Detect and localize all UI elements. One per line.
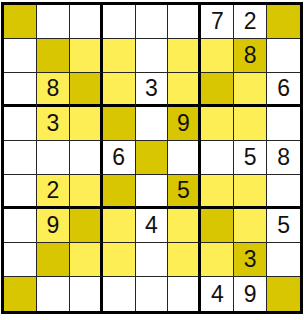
cell-r9c3[interactable] xyxy=(70,277,103,311)
cell-r9c1[interactable] xyxy=(4,277,37,311)
cell-r8c9[interactable] xyxy=(267,243,300,277)
cell-r5c8[interactable]: 5 xyxy=(234,141,267,175)
cell-r7c1[interactable] xyxy=(4,209,37,243)
cell-r4c9[interactable] xyxy=(267,107,300,141)
cell-r8c8[interactable]: 3 xyxy=(234,243,267,277)
cell-r3c3[interactable] xyxy=(70,73,103,107)
cell-r9c5[interactable] xyxy=(136,277,169,311)
cell-r9c2[interactable] xyxy=(37,277,70,311)
cell-r6c8[interactable] xyxy=(234,175,267,209)
cell-r7c6[interactable] xyxy=(168,209,201,243)
cell-r9c8[interactable]: 9 xyxy=(234,277,267,311)
cell-r1c1[interactable] xyxy=(4,5,37,39)
cell-r8c1[interactable] xyxy=(4,243,37,277)
cell-r9c7[interactable]: 4 xyxy=(201,277,234,311)
cell-r6c4[interactable] xyxy=(103,175,136,209)
cell-r4c8[interactable] xyxy=(234,107,267,141)
cell-r3c7[interactable] xyxy=(201,73,234,107)
sudoku-page: 7288363965825945349 xyxy=(0,0,304,314)
cell-r4c6[interactable]: 9 xyxy=(168,107,201,141)
cell-r4c2[interactable]: 3 xyxy=(37,107,70,141)
cell-r3c4[interactable] xyxy=(103,73,136,107)
cell-r4c1[interactable] xyxy=(4,107,37,141)
cell-r7c3[interactable] xyxy=(70,209,103,243)
cell-r2c3[interactable] xyxy=(70,39,103,73)
cell-r3c5[interactable]: 3 xyxy=(136,73,169,107)
cell-r3c1[interactable] xyxy=(4,73,37,107)
cell-r7c9[interactable]: 5 xyxy=(267,209,300,243)
cell-r2c7[interactable] xyxy=(201,39,234,73)
cell-r2c2[interactable] xyxy=(37,39,70,73)
cell-r2c9[interactable] xyxy=(267,39,300,73)
cell-r5c2[interactable] xyxy=(37,141,70,175)
cell-r6c2[interactable]: 2 xyxy=(37,175,70,209)
cell-r8c5[interactable] xyxy=(136,243,169,277)
cell-r6c3[interactable] xyxy=(70,175,103,209)
cell-r3c2[interactable]: 8 xyxy=(37,73,70,107)
cell-r5c4[interactable]: 6 xyxy=(103,141,136,175)
cell-r5c7[interactable] xyxy=(201,141,234,175)
cell-r6c1[interactable] xyxy=(4,175,37,209)
cell-r3c6[interactable] xyxy=(168,73,201,107)
cell-r1c7[interactable]: 7 xyxy=(201,5,234,39)
cell-r1c6[interactable] xyxy=(168,5,201,39)
cell-r2c8[interactable]: 8 xyxy=(234,39,267,73)
cell-r7c7[interactable] xyxy=(201,209,234,243)
cell-r6c9[interactable] xyxy=(267,175,300,209)
cell-r2c4[interactable] xyxy=(103,39,136,73)
cell-r1c5[interactable] xyxy=(136,5,169,39)
cell-r6c5[interactable] xyxy=(136,175,169,209)
cell-r6c7[interactable] xyxy=(201,175,234,209)
cell-r1c4[interactable] xyxy=(103,5,136,39)
cell-r7c5[interactable]: 4 xyxy=(136,209,169,243)
cell-r2c1[interactable] xyxy=(4,39,37,73)
cell-r1c2[interactable] xyxy=(37,5,70,39)
cell-r4c3[interactable] xyxy=(70,107,103,141)
cell-r1c8[interactable]: 2 xyxy=(234,5,267,39)
cell-r5c9[interactable]: 8 xyxy=(267,141,300,175)
cell-r1c3[interactable] xyxy=(70,5,103,39)
cell-r2c6[interactable] xyxy=(168,39,201,73)
cell-r4c5[interactable] xyxy=(136,107,169,141)
cell-r3c8[interactable] xyxy=(234,73,267,107)
cell-r1c9[interactable] xyxy=(267,5,300,39)
cell-r5c3[interactable] xyxy=(70,141,103,175)
cell-r8c6[interactable] xyxy=(168,243,201,277)
cell-r8c4[interactable] xyxy=(103,243,136,277)
cell-r3c9[interactable]: 6 xyxy=(267,73,300,107)
cell-r9c4[interactable] xyxy=(103,277,136,311)
cell-r5c5[interactable] xyxy=(136,141,169,175)
cell-r4c4[interactable] xyxy=(103,107,136,141)
cell-r9c6[interactable] xyxy=(168,277,201,311)
cell-r9c9[interactable] xyxy=(267,277,300,311)
cell-r2c5[interactable] xyxy=(136,39,169,73)
cell-r8c7[interactable] xyxy=(201,243,234,277)
cell-r8c2[interactable] xyxy=(37,243,70,277)
cell-r5c6[interactable] xyxy=(168,141,201,175)
cell-r5c1[interactable] xyxy=(4,141,37,175)
cell-r7c8[interactable] xyxy=(234,209,267,243)
cell-r8c3[interactable] xyxy=(70,243,103,277)
cell-r4c7[interactable] xyxy=(201,107,234,141)
cell-r6c6[interactable]: 5 xyxy=(168,175,201,209)
cell-r7c4[interactable] xyxy=(103,209,136,243)
cell-r7c2[interactable]: 9 xyxy=(37,209,70,243)
sudoku-board: 7288363965825945349 xyxy=(1,2,303,314)
